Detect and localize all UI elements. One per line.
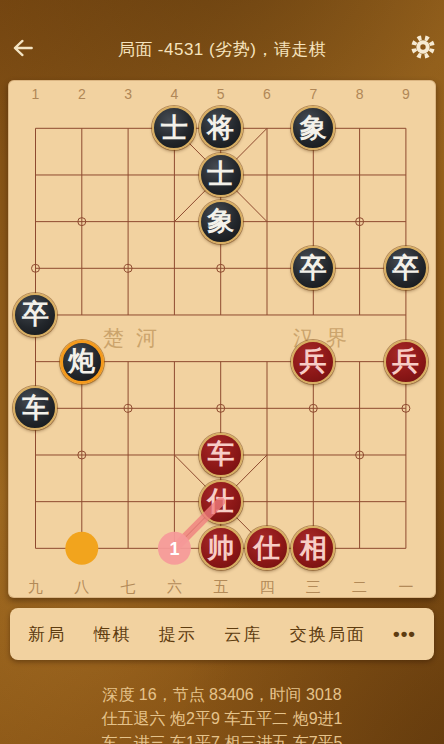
- engine-stats: 深度 16，节点 83406，时间 3018: [0, 683, 444, 707]
- file-number-bottom: 一: [392, 578, 420, 597]
- engine-pv-line-1: 仕五退六 炮2平9 车五平二 炮9进1: [0, 707, 444, 731]
- piece-black-advisor[interactable]: 士: [199, 153, 243, 197]
- piece-black-soldier[interactable]: 卒: [384, 246, 428, 290]
- xiangqi-board[interactable]: 123456789 楚河 汉界 士将象士象卒卒卒炮车兵兵车仕帅仕相 1 九八七六…: [8, 80, 436, 598]
- page-title: 局面 -4531 (劣势)，请走棋: [0, 38, 444, 61]
- toolbar-button-5[interactable]: 交换局面: [290, 623, 366, 646]
- piece-red-chariot[interactable]: 车: [199, 433, 243, 477]
- piece-black-elephant[interactable]: 象: [199, 200, 243, 244]
- piece-red-soldier[interactable]: 兵: [384, 340, 428, 384]
- file-number-top: 6: [253, 86, 281, 102]
- file-number-bottom: 八: [68, 578, 96, 597]
- file-number-bottom: 二: [346, 578, 374, 597]
- piece-black-cannon[interactable]: 炮: [60, 340, 104, 384]
- file-number-bottom: 三: [299, 578, 327, 597]
- file-number-bottom: 四: [253, 578, 281, 597]
- toolbar-more-button[interactable]: •••: [393, 623, 416, 645]
- file-number-top: 3: [114, 86, 142, 102]
- file-number-top: 5: [207, 86, 235, 102]
- toolbar: 新局悔棋提示云库交换局面•••: [10, 608, 434, 660]
- piece-grid: 士将象士象卒卒卒炮车兵兵车仕帅仕相: [12, 105, 429, 572]
- piece-red-elephant[interactable]: 相: [291, 526, 335, 570]
- file-number-top: 4: [160, 86, 188, 102]
- engine-info: 深度 16，节点 83406，时间 3018 仕五退六 炮2平9 车五平二 炮9…: [0, 683, 444, 744]
- file-number-bottom: 六: [160, 578, 188, 597]
- file-number-bottom: 七: [114, 578, 142, 597]
- file-number-top: 1: [22, 86, 50, 102]
- toolbar-button-3[interactable]: 提示: [159, 623, 197, 646]
- piece-red-advisor[interactable]: 仕: [245, 526, 289, 570]
- piece-black-elephant[interactable]: 象: [291, 106, 335, 150]
- file-number-top: 2: [68, 86, 96, 102]
- toolbar-button-1[interactable]: 新局: [28, 623, 66, 646]
- engine-pv-line-2: 车二进三 车1平7 相三进五 车7平5: [0, 731, 444, 744]
- settings-button[interactable]: [410, 34, 436, 60]
- file-number-bottom: 五: [207, 578, 235, 597]
- file-number-bottom: 九: [22, 578, 50, 597]
- toolbar-button-2[interactable]: 悔棋: [93, 623, 131, 646]
- piece-black-advisor[interactable]: 士: [152, 106, 196, 150]
- piece-black-general[interactable]: 将: [199, 106, 243, 150]
- piece-red-advisor[interactable]: 仕: [199, 480, 243, 524]
- app-bar: 局面 -4531 (劣势)，请走棋: [0, 0, 444, 70]
- piece-red-general[interactable]: 帅: [199, 526, 243, 570]
- file-number-top: 8: [346, 86, 374, 102]
- piece-black-chariot[interactable]: 车: [13, 386, 57, 430]
- file-number-top: 7: [299, 86, 327, 102]
- piece-red-soldier[interactable]: 兵: [291, 340, 335, 384]
- file-number-top: 9: [392, 86, 420, 102]
- toolbar-button-4[interactable]: 云库: [224, 623, 262, 646]
- piece-black-soldier[interactable]: 卒: [13, 293, 57, 337]
- gear-icon: [410, 34, 436, 60]
- piece-black-soldier[interactable]: 卒: [291, 246, 335, 290]
